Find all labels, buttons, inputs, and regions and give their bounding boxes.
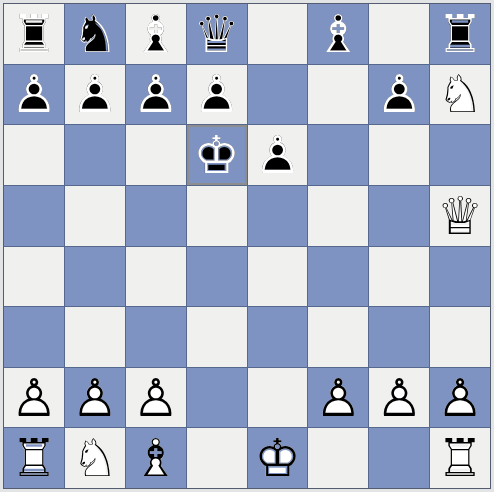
black-pawn-outline: ♙ — [248, 125, 308, 185]
square-b3[interactable] — [65, 307, 125, 367]
black-pawn-outline: ♙ — [126, 65, 186, 125]
square-b4[interactable] — [65, 247, 125, 307]
square-c5[interactable] — [126, 186, 186, 246]
square-d4[interactable] — [187, 247, 247, 307]
square-f6[interactable] — [308, 125, 368, 185]
square-a8[interactable]: ♜♖ — [4, 4, 64, 64]
square-b2[interactable]: ♟♙ — [65, 368, 125, 428]
piece-black-queen: ♛♕ — [187, 4, 247, 64]
black-rook-glyph: ♜ — [4, 4, 64, 64]
black-pawn-outline: ♙ — [4, 65, 64, 125]
piece-white-pawn: ♟♙ — [126, 368, 186, 428]
piece-black-rook: ♜♖ — [4, 4, 64, 64]
square-c1[interactable]: ♝♗ — [126, 428, 186, 488]
square-b7[interactable]: ♟♙ — [65, 65, 125, 125]
square-f5[interactable] — [308, 186, 368, 246]
black-knight-glyph: ♞ — [65, 4, 125, 64]
piece-black-king: ♚♔ — [187, 125, 247, 185]
square-h8[interactable]: ♜♖ — [430, 4, 490, 64]
white-pawn-glyph: ♟ — [430, 368, 490, 428]
white-knight-glyph: ♞ — [430, 65, 490, 125]
black-rook-outline: ♖ — [430, 4, 490, 64]
square-c4[interactable] — [126, 247, 186, 307]
square-c7[interactable]: ♟♙ — [126, 65, 186, 125]
square-e4[interactable] — [248, 247, 308, 307]
black-pawn-glyph: ♟ — [4, 65, 64, 125]
square-h5[interactable]: ♛♕ — [430, 186, 490, 246]
white-rook-glyph: ♜ — [430, 428, 490, 488]
white-king-glyph: ♚ — [248, 428, 308, 488]
square-e3[interactable] — [248, 307, 308, 367]
board-frame: ♜♖♞♘♝♗♛♕♝♗♜♖♟♙♟♙♟♙♟♙♟♙♞♘♚♔♟♙♛♕♟♙♟♙♟♙♟♙♟♙… — [0, 0, 494, 492]
square-b5[interactable] — [65, 186, 125, 246]
square-d8[interactable]: ♛♕ — [187, 4, 247, 64]
square-g7[interactable]: ♟♙ — [369, 65, 429, 125]
piece-white-rook: ♜♖ — [4, 428, 64, 488]
piece-black-pawn: ♟♙ — [4, 65, 64, 125]
square-b6[interactable] — [65, 125, 125, 185]
square-a6[interactable] — [4, 125, 64, 185]
black-bishop-glyph: ♝ — [308, 4, 368, 64]
square-a7[interactable]: ♟♙ — [4, 65, 64, 125]
piece-white-knight: ♞♘ — [430, 65, 490, 125]
square-f3[interactable] — [308, 307, 368, 367]
square-g1[interactable] — [369, 428, 429, 488]
piece-black-pawn: ♟♙ — [187, 65, 247, 125]
square-f2[interactable]: ♟♙ — [308, 368, 368, 428]
square-e2[interactable] — [248, 368, 308, 428]
white-bishop-outline: ♗ — [126, 428, 186, 488]
piece-black-rook: ♜♖ — [430, 4, 490, 64]
white-rook-glyph: ♜ — [4, 428, 64, 488]
black-king-outline: ♔ — [187, 125, 247, 185]
piece-black-pawn: ♟♙ — [248, 125, 308, 185]
square-b1[interactable]: ♞♘ — [65, 428, 125, 488]
piece-white-pawn: ♟♙ — [308, 368, 368, 428]
piece-black-bishop: ♝♗ — [308, 4, 368, 64]
square-c3[interactable] — [126, 307, 186, 367]
white-pawn-outline: ♙ — [65, 368, 125, 428]
white-pawn-glyph: ♟ — [369, 368, 429, 428]
white-queen-glyph: ♛ — [430, 186, 490, 246]
square-h3[interactable] — [430, 307, 490, 367]
square-a1[interactable]: ♜♖ — [4, 428, 64, 488]
piece-white-pawn: ♟♙ — [4, 368, 64, 428]
white-pawn-glyph: ♟ — [308, 368, 368, 428]
black-pawn-glyph: ♟ — [187, 65, 247, 125]
piece-white-pawn: ♟♙ — [369, 368, 429, 428]
square-h7[interactable]: ♞♘ — [430, 65, 490, 125]
piece-white-king: ♚♔ — [248, 428, 308, 488]
square-f4[interactable] — [308, 247, 368, 307]
square-h6[interactable] — [430, 125, 490, 185]
square-e8[interactable] — [248, 4, 308, 64]
black-pawn-outline: ♙ — [369, 65, 429, 125]
black-rook-outline: ♖ — [4, 4, 64, 64]
piece-black-bishop: ♝♗ — [126, 4, 186, 64]
square-c8[interactable]: ♝♗ — [126, 4, 186, 64]
white-pawn-glyph: ♟ — [126, 368, 186, 428]
piece-white-knight: ♞♘ — [65, 428, 125, 488]
white-knight-glyph: ♞ — [65, 428, 125, 488]
black-pawn-outline: ♙ — [65, 65, 125, 125]
square-g5[interactable] — [369, 186, 429, 246]
square-d3[interactable] — [187, 307, 247, 367]
square-d5[interactable] — [187, 186, 247, 246]
black-pawn-glyph: ♟ — [248, 125, 308, 185]
square-e1[interactable]: ♚♔ — [248, 428, 308, 488]
square-e5[interactable] — [248, 186, 308, 246]
square-d7[interactable]: ♟♙ — [187, 65, 247, 125]
white-pawn-outline: ♙ — [430, 368, 490, 428]
square-f8[interactable]: ♝♗ — [308, 4, 368, 64]
black-pawn-glyph: ♟ — [126, 65, 186, 125]
square-f1[interactable] — [308, 428, 368, 488]
square-c6[interactable] — [126, 125, 186, 185]
white-pawn-outline: ♙ — [308, 368, 368, 428]
piece-black-knight: ♞♘ — [65, 4, 125, 64]
black-pawn-glyph: ♟ — [65, 65, 125, 125]
white-bishop-glyph: ♝ — [126, 428, 186, 488]
white-queen-outline: ♕ — [430, 186, 490, 246]
square-g6[interactable] — [369, 125, 429, 185]
square-g2[interactable]: ♟♙ — [369, 368, 429, 428]
white-knight-outline: ♘ — [430, 65, 490, 125]
square-a3[interactable] — [4, 307, 64, 367]
square-e7[interactable] — [248, 65, 308, 125]
piece-white-queen: ♛♕ — [430, 186, 490, 246]
black-bishop-glyph: ♝ — [126, 4, 186, 64]
square-g8[interactable] — [369, 4, 429, 64]
square-h1[interactable]: ♜♖ — [430, 428, 490, 488]
square-h2[interactable]: ♟♙ — [430, 368, 490, 428]
square-a5[interactable] — [4, 186, 64, 246]
piece-white-pawn: ♟♙ — [65, 368, 125, 428]
white-pawn-outline: ♙ — [4, 368, 64, 428]
black-king-glyph: ♚ — [187, 125, 247, 185]
white-pawn-outline: ♙ — [126, 368, 186, 428]
piece-white-pawn: ♟♙ — [430, 368, 490, 428]
white-pawn-glyph: ♟ — [4, 368, 64, 428]
white-pawn-glyph: ♟ — [65, 368, 125, 428]
square-a2[interactable]: ♟♙ — [4, 368, 64, 428]
square-e6[interactable]: ♟♙ — [248, 125, 308, 185]
square-f7[interactable] — [308, 65, 368, 125]
white-rook-outline: ♖ — [430, 428, 490, 488]
white-king-outline: ♔ — [248, 428, 308, 488]
chess-board: ♜♖♞♘♝♗♛♕♝♗♜♖♟♙♟♙♟♙♟♙♟♙♞♘♚♔♟♙♛♕♟♙♟♙♟♙♟♙♟♙… — [3, 3, 491, 489]
white-knight-outline: ♘ — [65, 428, 125, 488]
square-h4[interactable] — [430, 247, 490, 307]
white-rook-outline: ♖ — [4, 428, 64, 488]
piece-black-pawn: ♟♙ — [369, 65, 429, 125]
black-knight-outline: ♘ — [65, 4, 125, 64]
black-pawn-glyph: ♟ — [369, 65, 429, 125]
black-bishop-outline: ♗ — [126, 4, 186, 64]
black-queen-outline: ♕ — [187, 4, 247, 64]
black-rook-glyph: ♜ — [430, 4, 490, 64]
square-d2[interactable] — [187, 368, 247, 428]
square-c2[interactable]: ♟♙ — [126, 368, 186, 428]
piece-black-pawn: ♟♙ — [65, 65, 125, 125]
black-pawn-outline: ♙ — [187, 65, 247, 125]
square-d1[interactable] — [187, 428, 247, 488]
white-pawn-outline: ♙ — [369, 368, 429, 428]
piece-black-pawn: ♟♙ — [126, 65, 186, 125]
black-queen-glyph: ♛ — [187, 4, 247, 64]
square-d6[interactable]: ♚♔ — [187, 125, 247, 185]
piece-white-rook: ♜♖ — [430, 428, 490, 488]
square-a4[interactable] — [4, 247, 64, 307]
square-b8[interactable]: ♞♘ — [65, 4, 125, 64]
square-g3[interactable] — [369, 307, 429, 367]
square-g4[interactable] — [369, 247, 429, 307]
piece-white-bishop: ♝♗ — [126, 428, 186, 488]
black-bishop-outline: ♗ — [308, 4, 368, 64]
